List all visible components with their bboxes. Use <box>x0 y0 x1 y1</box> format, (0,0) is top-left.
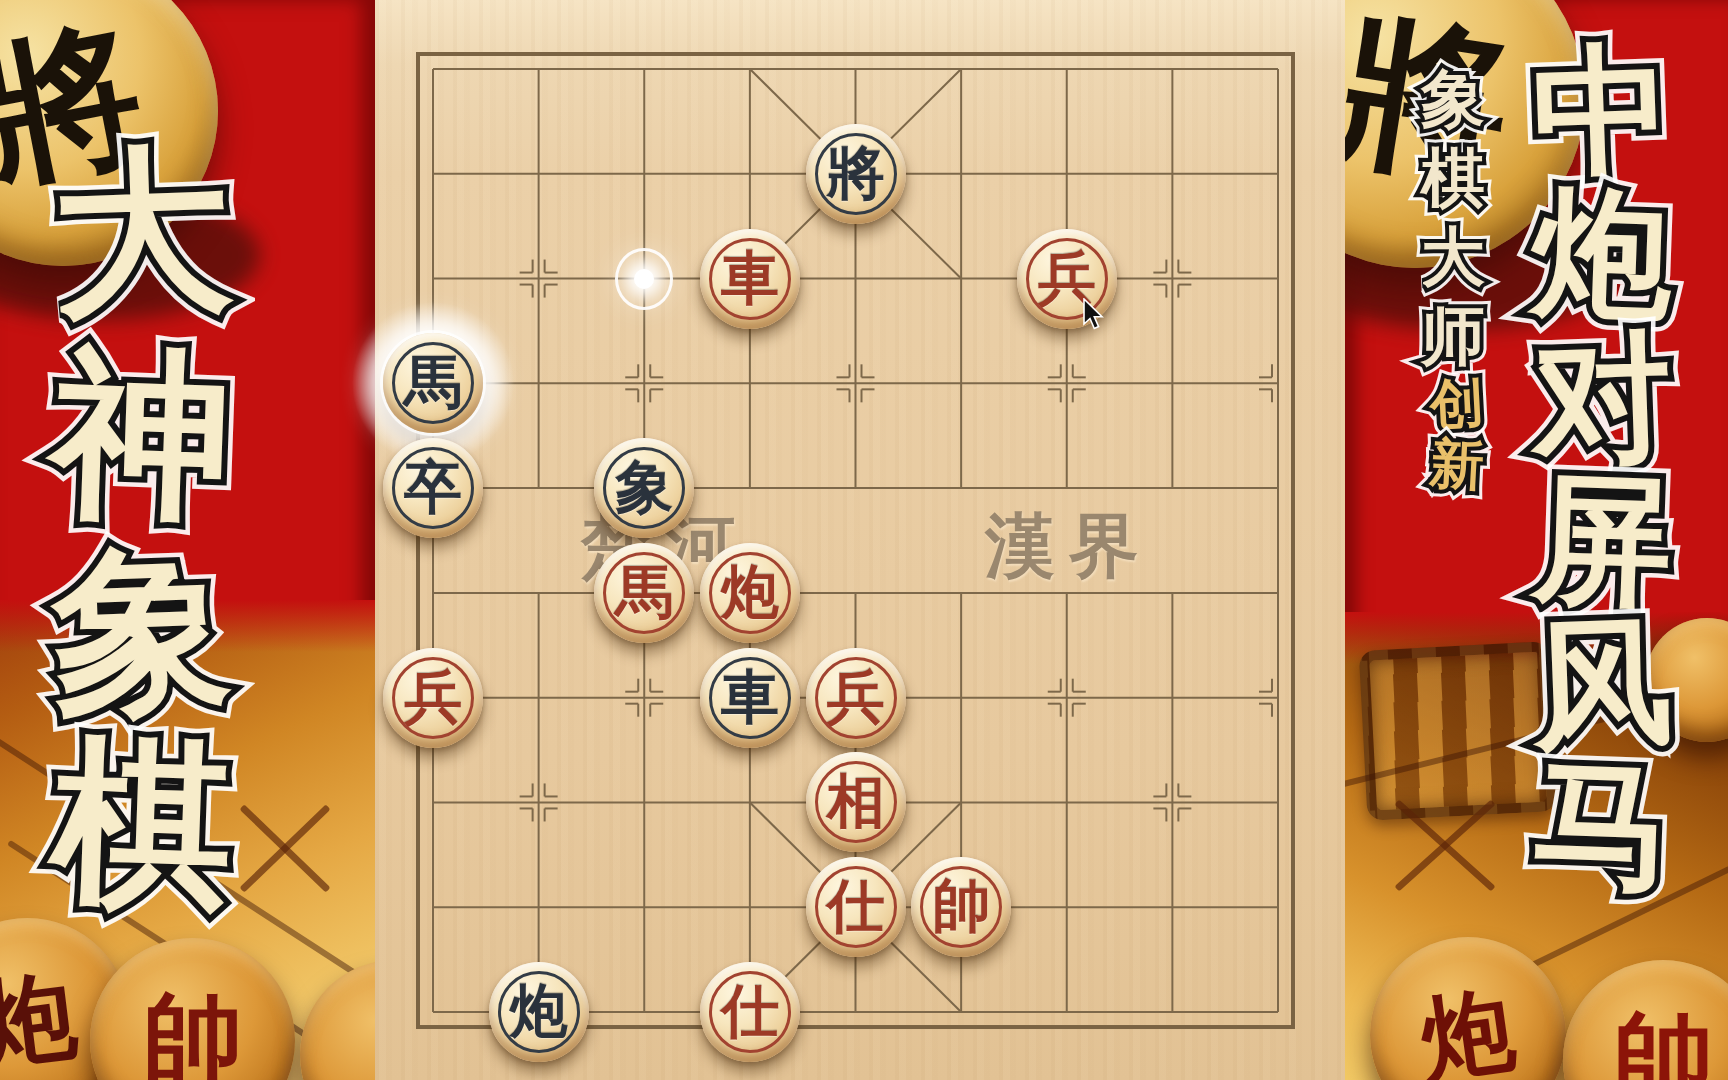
banner-char: 炮 <box>1530 183 1675 328</box>
piece-red-soldier[interactable]: 兵 <box>806 648 906 748</box>
banner-char: 大 <box>1421 226 1485 290</box>
banner-char: 中 <box>1530 40 1675 185</box>
photo-piece-char: 炮 <box>1416 983 1520 1080</box>
piece-red-soldier[interactable]: 兵 <box>383 648 483 748</box>
photo-piece-char: 炮 <box>0 967 81 1074</box>
piece-black-general[interactable]: 將 <box>806 124 906 224</box>
piece-glyph: 將 <box>827 145 885 203</box>
piece-glyph: 炮 <box>510 983 568 1041</box>
piece-glyph: 炮 <box>721 564 779 622</box>
piece-glyph: 仕 <box>827 878 885 936</box>
piece-red-advisor[interactable]: 仕 <box>700 962 800 1062</box>
mouse-cursor <box>1082 298 1108 332</box>
piece-black-cannon[interactable]: 炮 <box>489 962 589 1062</box>
piece-black-chariot[interactable]: 車 <box>700 648 800 748</box>
piece-glyph: 兵 <box>404 669 462 727</box>
xiangqi-board[interactable]: 楚河 漢界 將車兵馬卒象馬炮兵車兵相仕帥炮仕 <box>375 0 1345 1080</box>
piece-glyph: 卒 <box>404 459 462 517</box>
banner-char: 大 <box>49 142 235 328</box>
piece-red-cannon[interactable]: 炮 <box>700 543 800 643</box>
photo-piece-char: 帥 <box>1613 1010 1713 1080</box>
piece-red-advisor[interactable]: 仕 <box>806 857 906 957</box>
piece-glyph: 象 <box>615 459 673 517</box>
piece-red-general[interactable]: 帥 <box>911 857 1011 957</box>
banner-char: 象 <box>49 541 235 727</box>
piece-glyph: 帥 <box>932 878 990 936</box>
piece-glyph: 馬 <box>615 564 673 622</box>
right-banner: 炮 帥 將 象棋大师 创新 中炮对屏风马 <box>1345 0 1728 1080</box>
river-label-right: 漢界 <box>985 500 1153 594</box>
banner-char: 棋 <box>49 733 235 919</box>
photo-carved-motif <box>1359 641 1558 821</box>
photo-piece-char: 帥 <box>143 991 243 1080</box>
piece-black-elephant[interactable]: 象 <box>594 438 694 538</box>
move-origin-marker <box>602 237 686 321</box>
banner-char: 对 <box>1530 328 1675 473</box>
photo-partial-piece <box>300 960 375 1080</box>
banner-char: 屏 <box>1530 470 1675 615</box>
piece-black-soldier[interactable]: 卒 <box>383 438 483 538</box>
banner-char: 象 <box>1421 68 1485 132</box>
piece-black-horse[interactable]: 馬 <box>383 333 483 433</box>
banner-char: 创 <box>1429 376 1486 433</box>
photo-general-piece: 帥 <box>1563 960 1728 1080</box>
piece-glyph: 仕 <box>721 983 779 1041</box>
piece-red-chariot[interactable]: 車 <box>700 229 800 329</box>
piece-glyph: 馬 <box>404 354 462 412</box>
banner-char: 新 <box>1429 437 1486 494</box>
piece-red-horse[interactable]: 馬 <box>594 543 694 643</box>
piece-glyph: 兵 <box>827 669 885 727</box>
photo-general-piece: 帥 <box>90 938 295 1080</box>
piece-glyph: 車 <box>721 669 779 727</box>
screenshot-root: 炮 帥 將 大神象棋 楚河 漢界 將車兵馬卒象馬炮兵車兵相仕帥炮仕 <box>0 0 1728 1080</box>
banner-char: 风 <box>1530 613 1675 758</box>
piece-red-elephant[interactable]: 相 <box>806 752 906 852</box>
piece-glyph: 車 <box>721 250 779 308</box>
banner-char: 师 <box>1421 305 1485 369</box>
banner-char: 马 <box>1530 755 1675 900</box>
piece-glyph: 相 <box>827 773 885 831</box>
banner-char: 棋 <box>1421 147 1485 211</box>
left-banner: 炮 帥 將 大神象棋 <box>0 0 375 1080</box>
banner-char: 神 <box>49 344 235 530</box>
